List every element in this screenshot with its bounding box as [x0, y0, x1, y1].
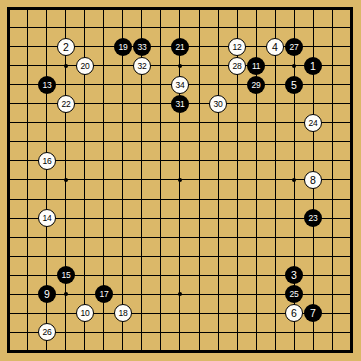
- stone-black-5[interactable]: 5: [285, 76, 303, 94]
- stone-black-21[interactable]: 21: [171, 38, 189, 56]
- grid-line-vertical: [218, 7, 219, 353]
- grid-line-horizontal: [7, 27, 353, 28]
- stone-white-16[interactable]: 16: [38, 152, 56, 170]
- stone-white-6[interactable]: 6: [285, 304, 303, 322]
- go-board[interactable]: 1234567891011121314151617181920212223242…: [0, 0, 361, 361]
- stone-black-17[interactable]: 17: [95, 285, 113, 303]
- stone-black-25[interactable]: 25: [285, 285, 303, 303]
- grid-line-horizontal: [7, 7, 353, 10]
- stone-black-31[interactable]: 31: [171, 95, 189, 113]
- grid-line-horizontal: [7, 199, 353, 200]
- star-point: [178, 178, 182, 182]
- grid-line-horizontal: [7, 122, 353, 123]
- grid-line-horizontal: [7, 332, 353, 333]
- grid-line-vertical: [160, 7, 161, 353]
- stone-white-2[interactable]: 2: [57, 38, 75, 56]
- stone-black-1[interactable]: 1: [304, 57, 322, 75]
- stone-white-12[interactable]: 12: [228, 38, 246, 56]
- grid-line-vertical: [275, 7, 276, 353]
- stone-black-11[interactable]: 11: [247, 57, 265, 75]
- stone-white-14[interactable]: 14: [38, 209, 56, 227]
- stone-black-33[interactable]: 33: [133, 38, 151, 56]
- star-point: [178, 292, 182, 296]
- stone-black-9[interactable]: 9: [38, 285, 56, 303]
- star-point: [64, 178, 68, 182]
- stone-white-4[interactable]: 4: [266, 38, 284, 56]
- stone-white-8[interactable]: 8: [304, 171, 322, 189]
- go-diagram: 1234567891011121314151617181920212223242…: [0, 0, 361, 361]
- grid-line-horizontal: [7, 350, 353, 353]
- star-point: [292, 64, 296, 68]
- grid-line-vertical: [332, 7, 333, 353]
- star-point: [292, 178, 296, 182]
- stone-black-19[interactable]: 19: [114, 38, 132, 56]
- stone-white-22[interactable]: 22: [57, 95, 75, 113]
- stone-black-27[interactable]: 27: [285, 38, 303, 56]
- grid-line-vertical: [7, 7, 10, 353]
- grid-line-vertical: [199, 7, 200, 353]
- star-point: [178, 64, 182, 68]
- stone-black-13[interactable]: 13: [38, 76, 56, 94]
- stone-white-10[interactable]: 10: [76, 304, 94, 322]
- star-point: [64, 64, 68, 68]
- stone-white-32[interactable]: 32: [133, 57, 151, 75]
- grid-line-horizontal: [7, 256, 353, 257]
- stone-white-24[interactable]: 24: [304, 114, 322, 132]
- grid-line-vertical: [27, 7, 28, 353]
- stone-black-7[interactable]: 7: [304, 304, 322, 322]
- grid-line-horizontal: [7, 237, 353, 238]
- stone-black-23[interactable]: 23: [304, 209, 322, 227]
- star-point: [64, 292, 68, 296]
- stone-white-20[interactable]: 20: [76, 57, 94, 75]
- grid-line-horizontal: [7, 218, 353, 219]
- stone-white-30[interactable]: 30: [209, 95, 227, 113]
- grid-line-horizontal: [7, 141, 353, 142]
- stone-white-28[interactable]: 28: [228, 57, 246, 75]
- grid-line-vertical: [350, 7, 353, 353]
- stone-white-34[interactable]: 34: [171, 76, 189, 94]
- stone-black-3[interactable]: 3: [285, 266, 303, 284]
- stone-white-26[interactable]: 26: [38, 323, 56, 341]
- grid-line-horizontal: [7, 160, 353, 161]
- stone-white-18[interactable]: 18: [114, 304, 132, 322]
- stone-black-15[interactable]: 15: [57, 266, 75, 284]
- grid-line-vertical: [122, 7, 123, 353]
- stone-black-29[interactable]: 29: [247, 76, 265, 94]
